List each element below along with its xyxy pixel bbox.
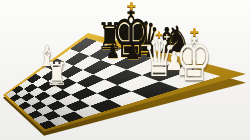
pieces-layer: ♝♜♜♚✚♛♟♟♟♝♞♛✚♟♟♚✚ <box>0 0 250 140</box>
chess-piece-white-rook[interactable]: ♜ <box>46 58 68 90</box>
chessboard-scene: ♝♜♜♚✚♛♟♟♟♝♞♛✚♟♟♚✚ <box>0 0 250 140</box>
chess-piece-white-king[interactable]: ♚ <box>176 28 213 90</box>
chess-piece-white-queen[interactable]: ♛ <box>143 32 175 84</box>
chess-piece-black-pawn[interactable]: ♟ <box>106 42 120 61</box>
chess-piece-black-pawn[interactable]: ♟ <box>125 42 140 63</box>
